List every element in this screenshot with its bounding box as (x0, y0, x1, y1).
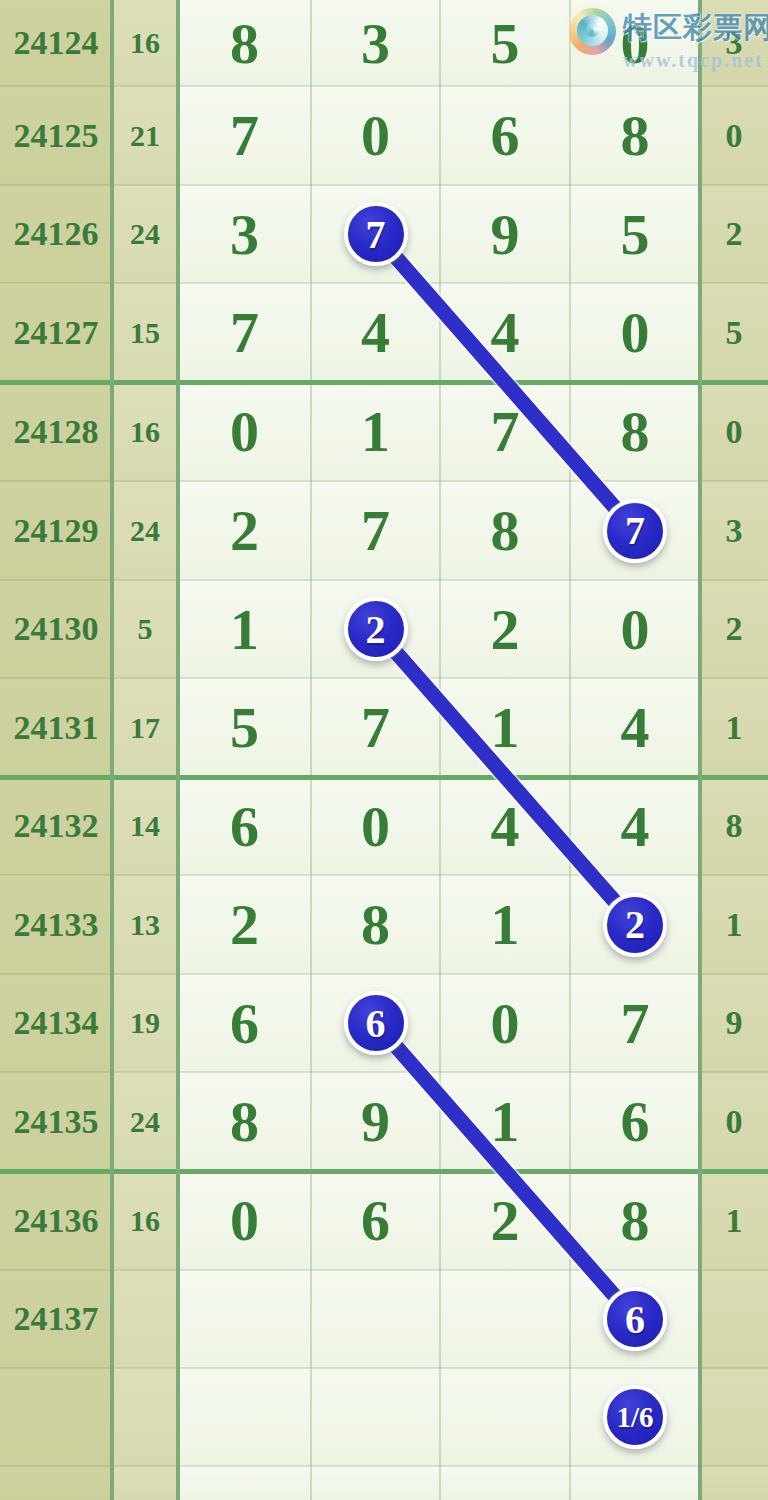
row-line (0, 579, 768, 581)
digit-cell: 2 (440, 1171, 570, 1270)
digit-cell: 1 (440, 1072, 570, 1171)
digit-cell: 0 (570, 283, 700, 382)
row-line (0, 1269, 768, 1271)
digit-cell: 0 (311, 86, 440, 185)
issue-cell: 24129 (0, 481, 112, 580)
digit-cell (178, 1368, 311, 1466)
digit-cell: 8 (440, 481, 570, 580)
extra-cell: 1 (700, 1171, 768, 1270)
digit-cell: 6 (178, 974, 311, 1072)
digit-cell: 0 (440, 974, 570, 1072)
extra-cell: 3 (700, 481, 768, 580)
digit-cell: 8 (178, 1072, 311, 1171)
digit-cell: 3 (311, 0, 440, 86)
sum-cell: 14 (112, 777, 178, 875)
extra-cell: 0 (700, 382, 768, 481)
digit-cell: 1 (440, 678, 570, 777)
row-line (0, 1367, 768, 1369)
sum-cell (112, 1368, 178, 1466)
digit-cell: 5 (178, 678, 311, 777)
extra-cell (700, 1466, 768, 1500)
digit-cell: 6 (311, 1171, 440, 1270)
trend-marker: 6 (603, 1287, 667, 1351)
sum-cell: 24 (112, 185, 178, 283)
issue-cell: 24128 (0, 382, 112, 481)
sum-cell (112, 1270, 178, 1368)
column-separator (569, 0, 571, 1500)
digit-cell: 7 (570, 974, 700, 1072)
digit-cell: 6 (570, 1072, 700, 1171)
row-line (0, 874, 768, 876)
group-separator-line (0, 1169, 768, 1174)
digit-cell: 2 (178, 875, 311, 974)
issue-cell (0, 1466, 112, 1500)
digit-cell: 8 (178, 0, 311, 86)
issue-cell (0, 1368, 112, 1466)
sum-cell: 21 (112, 86, 178, 185)
row-line (0, 184, 768, 186)
digit-cell: 0 (570, 580, 700, 678)
digit-cell: 1 (311, 382, 440, 481)
digit-cell: 2 (440, 580, 570, 678)
issue-cell: 24127 (0, 283, 112, 382)
row-line (0, 85, 768, 87)
column-separator-major (698, 0, 702, 1500)
issue-cell: 24132 (0, 777, 112, 875)
digit-cell: 7 (178, 86, 311, 185)
logo-swirl-core (586, 23, 600, 37)
extra-cell: 0 (700, 1072, 768, 1171)
digit-cell: 7 (311, 678, 440, 777)
digit-cell: 7 (311, 481, 440, 580)
digit-cell (178, 1270, 311, 1368)
digit-cell (440, 1270, 570, 1368)
sum-cell: 17 (112, 678, 178, 777)
issue-cell: 24126 (0, 185, 112, 283)
column-separator (310, 0, 312, 1500)
sum-cell: 13 (112, 875, 178, 974)
issue-cell: 24137 (0, 1270, 112, 1368)
row-line (0, 677, 768, 679)
extra-cell: 2 (700, 580, 768, 678)
row-line (0, 973, 768, 975)
lottery-trend-board: 2412416835032412521706802412624395224127… (0, 0, 768, 1500)
digit-cell (440, 1466, 570, 1500)
digit-cell (311, 1270, 440, 1368)
row-line (0, 282, 768, 284)
extra-cell: 9 (700, 974, 768, 1072)
digit-cell: 9 (311, 1072, 440, 1171)
issue-cell: 24136 (0, 1171, 112, 1270)
digit-cell: 8 (311, 875, 440, 974)
digit-cell: 1 (178, 580, 311, 678)
extra-cell: 2 (700, 185, 768, 283)
digit-cell: 2 (178, 481, 311, 580)
site-url: www.tqcp.net (623, 49, 768, 72)
digit-cell: 4 (570, 678, 700, 777)
extra-cell: 8 (700, 777, 768, 875)
extra-cell: 1 (700, 678, 768, 777)
digit-cell: 1 (440, 875, 570, 974)
digit-cell: 5 (570, 185, 700, 283)
ratio-badge: 1/6 (603, 1385, 667, 1449)
issue-cell: 24135 (0, 1072, 112, 1171)
sum-cell: 24 (112, 481, 178, 580)
digit-cell: 4 (440, 283, 570, 382)
sum-cell: 16 (112, 1171, 178, 1270)
issue-cell: 24133 (0, 875, 112, 974)
column-separator (439, 0, 441, 1500)
digit-cell (570, 1466, 700, 1500)
extra-cell: 5 (700, 283, 768, 382)
sum-cell: 16 (112, 0, 178, 86)
site-logo-icon (569, 8, 616, 55)
issue-cell: 24125 (0, 86, 112, 185)
row-line (0, 1071, 768, 1073)
sum-cell (112, 1466, 178, 1500)
watermark-text: 特区彩票网 www.tqcp.net (623, 8, 768, 72)
digit-cell: 4 (311, 283, 440, 382)
trend-marker: 2 (344, 597, 408, 661)
trend-marker: 6 (344, 991, 408, 1055)
digit-cell: 6 (440, 86, 570, 185)
issue-cell: 24134 (0, 974, 112, 1072)
sum-cell: 19 (112, 974, 178, 1072)
digit-cell: 3 (178, 185, 311, 283)
digit-cell: 4 (440, 777, 570, 875)
extra-cell (700, 1270, 768, 1368)
group-separator-line (0, 380, 768, 385)
digit-cell: 0 (178, 382, 311, 481)
trend-marker: 7 (603, 499, 667, 563)
digit-cell (178, 1466, 311, 1500)
digit-cell: 6 (178, 777, 311, 875)
digit-cell: 7 (440, 382, 570, 481)
row-line (0, 480, 768, 482)
trend-marker: 7 (344, 202, 408, 266)
site-watermark: 特区彩票网 www.tqcp.net (569, 8, 768, 72)
sum-cell: 16 (112, 382, 178, 481)
digit-cell: 8 (570, 382, 700, 481)
digit-cell (311, 1466, 440, 1500)
digit-cell (311, 1368, 440, 1466)
digit-cell: 7 (178, 283, 311, 382)
trend-marker: 2 (603, 893, 667, 957)
extra-cell: 0 (700, 86, 768, 185)
digit-cell: 5 (440, 0, 570, 86)
site-name: 特区彩票网 (623, 8, 768, 48)
issue-cell: 24124 (0, 0, 112, 86)
row-line (0, 1465, 768, 1467)
digit-cell: 9 (440, 185, 570, 283)
extra-cell (700, 1368, 768, 1466)
digit-cell (440, 1368, 570, 1466)
digit-cell: 0 (311, 777, 440, 875)
extra-cell: 1 (700, 875, 768, 974)
digit-cell: 8 (570, 86, 700, 185)
digit-cell: 4 (570, 777, 700, 875)
issue-cell: 24130 (0, 580, 112, 678)
digit-cell: 0 (178, 1171, 311, 1270)
digit-cell: 8 (570, 1171, 700, 1270)
column-separator-major (176, 0, 180, 1500)
group-separator-line (0, 775, 768, 780)
sum-cell: 24 (112, 1072, 178, 1171)
issue-cell: 24131 (0, 678, 112, 777)
column-separator-major (110, 0, 114, 1500)
sum-cell: 15 (112, 283, 178, 382)
sum-cell: 5 (112, 580, 178, 678)
